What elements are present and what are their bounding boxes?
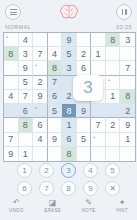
- cell-r9c6[interactable]: [77, 147, 92, 161]
- cell-r5c8[interactable]: 1: [106, 90, 121, 104]
- cell-r1c6[interactable]: [77, 33, 92, 47]
- cell-r1c3[interactable]: [33, 33, 48, 47]
- cell-r9c1[interactable]: 9: [4, 147, 19, 161]
- cell-r8c6[interactable]: 5: [77, 133, 92, 147]
- erase-icon: ◪: [49, 198, 57, 207]
- timer: 02:25: [116, 24, 132, 30]
- cell-r7c9[interactable]: 9: [120, 118, 135, 132]
- numpad-5-button[interactable]: 5: [105, 163, 120, 178]
- cell-r6c5[interactable]: 8: [62, 104, 77, 118]
- numpad-8-button[interactable]: 8: [61, 181, 76, 196]
- cell-r3c3[interactable]: •: [33, 61, 48, 75]
- cell-r2c8[interactable]: [106, 47, 121, 61]
- hint-label: HINT: [116, 208, 128, 213]
- cell-r7c6[interactable]: [77, 118, 92, 132]
- cell-r1c5[interactable]: 9: [62, 33, 77, 47]
- erase-label: ERASE: [44, 208, 61, 213]
- cell-r8c5[interactable]: 6: [62, 133, 77, 147]
- note-button[interactable]: ✎NOTE: [82, 198, 96, 213]
- placed-number: 3: [83, 78, 92, 98]
- cell-r9c8[interactable]: [106, 147, 121, 161]
- cell-r3c8[interactable]: [106, 61, 121, 75]
- cell-r3c5[interactable]: 3: [62, 61, 77, 75]
- pencil-note: •: [93, 134, 95, 140]
- menu-button[interactable]: [5, 4, 21, 20]
- pause-icon: [122, 9, 127, 15]
- status-row: NORMAL 02:25: [0, 24, 137, 30]
- placed-number-popup: 3: [73, 75, 103, 101]
- cell-r3c2[interactable]: 9: [19, 61, 34, 75]
- cell-r2c7[interactable]: 1: [91, 47, 106, 61]
- cell-r9c5[interactable]: 8: [62, 147, 77, 161]
- brain-logo-icon: [58, 3, 80, 21]
- cell-r7c4[interactable]: [48, 118, 63, 132]
- sudoku-grid: •498383745219•8367527••47962186•58928617…: [4, 33, 135, 161]
- cell-r7c7[interactable]: 7: [91, 118, 106, 132]
- cell-r5c2[interactable]: 7: [19, 90, 34, 104]
- pause-button[interactable]: [116, 4, 132, 20]
- hamburger-icon: [10, 9, 17, 15]
- numpad-9-button[interactable]: 9: [83, 181, 98, 196]
- erase-button[interactable]: ◪ERASE: [44, 198, 61, 213]
- cell-r6c7[interactable]: [91, 104, 106, 118]
- cell-r9c2[interactable]: 1: [19, 147, 34, 161]
- cell-r8c7[interactable]: •: [91, 133, 106, 147]
- cell-r5c9[interactable]: 8: [120, 90, 135, 104]
- cell-r5c1[interactable]: 4: [4, 90, 19, 104]
- cell-r6c3[interactable]: •: [33, 104, 48, 118]
- cell-r4c1[interactable]: [4, 76, 19, 90]
- numpad-erase-button[interactable]: ✕: [105, 181, 120, 196]
- sudoku-board: •498383745219•8367527••47962186•58928617…: [3, 32, 136, 162]
- top-bar: [0, 3, 137, 21]
- cell-r7c2[interactable]: 8: [19, 118, 34, 132]
- cell-r1c9[interactable]: 3: [120, 33, 135, 47]
- numpad-2-button[interactable]: 2: [39, 163, 54, 178]
- cell-r1c2[interactable]: 4: [19, 33, 34, 47]
- numpad-row-1: 12345: [0, 163, 137, 178]
- cell-r1c8[interactable]: 8: [106, 33, 121, 47]
- hint-button[interactable]: ✦HINT: [116, 198, 128, 213]
- cell-r4c2[interactable]: 5: [19, 76, 34, 90]
- cell-r6c8[interactable]: [106, 104, 121, 118]
- action-bar: ↶UNDO◪ERASE✎NOTE✦HINT: [0, 198, 137, 213]
- difficulty-label: NORMAL: [5, 24, 31, 30]
- cell-r7c3[interactable]: 6: [33, 118, 48, 132]
- cell-r7c1[interactable]: [4, 118, 19, 132]
- cell-r8c9[interactable]: 1: [120, 133, 135, 147]
- cell-r2c2[interactable]: 3: [19, 47, 34, 61]
- undo-label: UNDO: [9, 208, 23, 213]
- cell-r3c1[interactable]: [4, 61, 19, 75]
- pencil-note: •: [35, 62, 37, 68]
- cell-r1c4[interactable]: [48, 33, 63, 47]
- cell-r9c3[interactable]: [33, 147, 48, 161]
- cell-r4c8[interactable]: •: [106, 76, 121, 90]
- cell-r5c3[interactable]: 9: [33, 90, 48, 104]
- cell-r1c1[interactable]: •: [4, 33, 19, 47]
- cell-r2c3[interactable]: 7: [33, 47, 48, 61]
- note-icon: ✎: [85, 198, 92, 207]
- cell-r2c6[interactable]: 2: [77, 47, 92, 61]
- cell-r6c6[interactable]: 9: [77, 104, 92, 118]
- cell-r8c4[interactable]: 9: [48, 133, 63, 147]
- cell-r8c2[interactable]: [19, 133, 34, 147]
- numpad-7-button[interactable]: 7: [39, 181, 54, 196]
- pencil-note: •: [35, 105, 37, 111]
- cell-r2c5[interactable]: 5: [62, 47, 77, 61]
- cell-r9c4[interactable]: [48, 147, 63, 161]
- cell-r5c4[interactable]: 6: [48, 90, 63, 104]
- cell-r6c9[interactable]: 2: [120, 104, 135, 118]
- cell-r8c3[interactable]: 4: [33, 133, 48, 147]
- numpad-row-2: 6789✕: [0, 181, 137, 196]
- cell-r4c3[interactable]: 2: [33, 76, 48, 90]
- numpad-3-button[interactable]: 3: [61, 163, 76, 178]
- cell-r2c4[interactable]: 4: [48, 47, 63, 61]
- cell-r3c7[interactable]: [91, 61, 106, 75]
- cell-r3c6[interactable]: 6: [77, 61, 92, 75]
- hint-icon: ✦: [119, 198, 126, 207]
- numpad-6-button[interactable]: 6: [17, 181, 32, 196]
- undo-icon: ↶: [13, 198, 20, 207]
- cell-r1c7[interactable]: [91, 33, 106, 47]
- cell-r7c5[interactable]: 1: [62, 118, 77, 132]
- cell-r7c8[interactable]: 2: [106, 118, 121, 132]
- cell-r2c9[interactable]: [120, 47, 135, 61]
- cell-r4c9[interactable]: [120, 76, 135, 90]
- cell-r4c4[interactable]: 7: [48, 76, 63, 90]
- numpad-4-button[interactable]: 4: [83, 163, 98, 178]
- cell-r9c7[interactable]: [91, 147, 106, 161]
- cell-r3c9[interactable]: 7: [120, 61, 135, 75]
- undo-button[interactable]: ↶UNDO: [9, 198, 23, 213]
- cell-r3c4[interactable]: 8: [48, 61, 63, 75]
- pencil-note: •: [108, 77, 110, 83]
- pencil-note: •: [6, 34, 8, 40]
- cell-r6c4[interactable]: 5: [48, 104, 63, 118]
- cell-r6c1[interactable]: [4, 104, 19, 118]
- cell-r6c2[interactable]: 6: [19, 104, 34, 118]
- numpad-1-button[interactable]: 1: [17, 163, 32, 178]
- cell-r9c9[interactable]: [120, 147, 135, 161]
- cell-r2c1[interactable]: 8: [4, 47, 19, 61]
- cell-r8c1[interactable]: 7: [4, 133, 19, 147]
- note-label: NOTE: [82, 208, 96, 213]
- cell-r8c8[interactable]: [106, 133, 121, 147]
